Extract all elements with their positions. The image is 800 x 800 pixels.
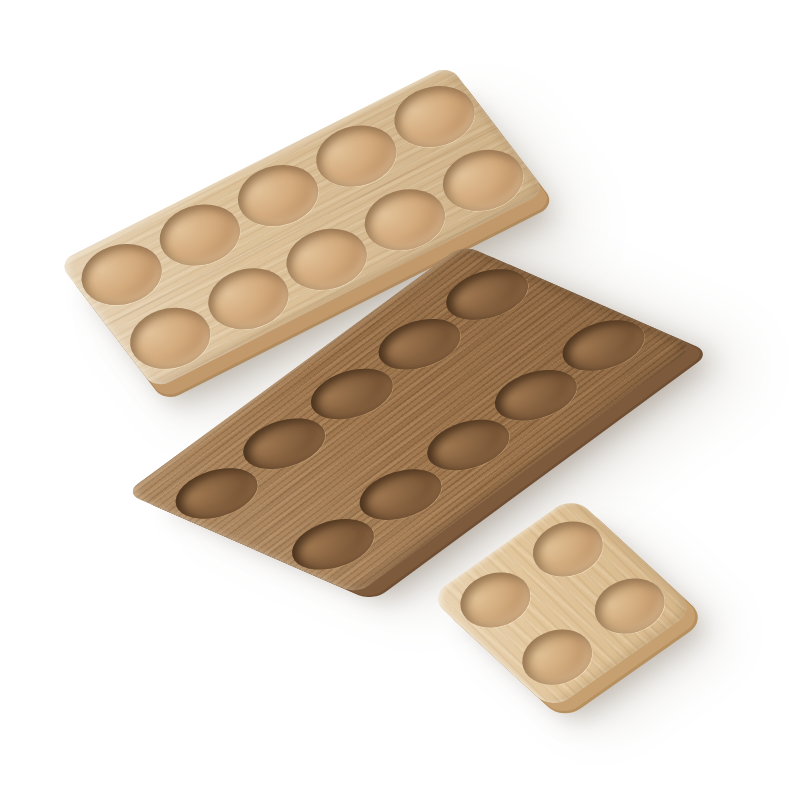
pit-large-dark-r2-c4 (478, 361, 593, 430)
mancala-board-small-light (429, 496, 696, 711)
pit-large-dark-r2-c1 (275, 510, 391, 579)
pit-large-light-r1-c5 (380, 74, 488, 159)
pit-large-dark-r1-c4 (362, 310, 478, 379)
pit-large-dark-r1-c1 (159, 459, 275, 528)
pit-small-light-r2-c2 (580, 567, 678, 645)
pit-large-dark-r2-c3 (410, 411, 526, 480)
pit-large-dark-r1-c5 (430, 260, 545, 329)
pit-small-light-r1-c2 (519, 510, 617, 588)
pit-large-dark-r1-c3 (294, 360, 410, 429)
pit-small-light-r2-c1 (508, 618, 606, 696)
product-photo-scene (0, 0, 800, 800)
pit-large-dark-r2-c2 (343, 460, 459, 529)
pit-small-light-r1-c1 (447, 561, 545, 639)
pit-large-dark-r2-c5 (545, 311, 661, 380)
pit-large-light-r2-c5 (428, 137, 536, 222)
pit-large-dark-r1-c2 (227, 410, 343, 479)
